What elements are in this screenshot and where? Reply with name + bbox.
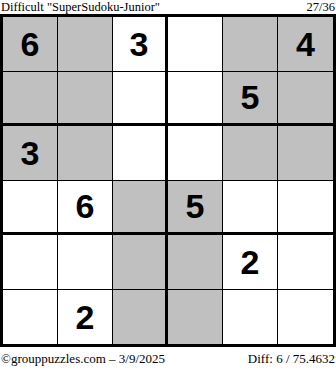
cell-r4c4[interactable]: 5 (168, 181, 223, 236)
cell-r2c1[interactable] (3, 72, 58, 127)
cell-r2c3[interactable] (113, 72, 168, 127)
header: Difficult "SuperSudoku-Junior" 27/36 (0, 0, 336, 14)
cell-r3c6[interactable] (278, 126, 333, 181)
cell-r6c2[interactable]: 2 (58, 290, 113, 345)
cell-counter: 27/36 (307, 1, 335, 14)
cell-r1c2[interactable] (58, 17, 113, 72)
cell-r5c4[interactable] (168, 235, 223, 290)
board: 634536522 (0, 14, 336, 347)
cell-r1c3[interactable]: 3 (113, 17, 168, 72)
cell-r5c3[interactable] (113, 235, 168, 290)
cell-r5c6[interactable] (278, 235, 333, 290)
cell-r2c2[interactable] (58, 72, 113, 127)
cell-r5c2[interactable] (58, 235, 113, 290)
cell-r5c5[interactable]: 2 (223, 235, 278, 290)
cell-r6c1[interactable] (3, 290, 58, 345)
cell-r6c3[interactable] (113, 290, 168, 345)
cell-r3c3[interactable] (113, 126, 168, 181)
cell-r3c5[interactable] (223, 126, 278, 181)
cell-r6c6[interactable] (278, 290, 333, 345)
cell-r2c6[interactable] (278, 72, 333, 127)
cell-r6c4[interactable] (168, 290, 223, 345)
cell-r1c1[interactable]: 6 (3, 17, 58, 72)
cell-r4c6[interactable] (278, 181, 333, 236)
cell-r4c1[interactable] (3, 181, 58, 236)
puzzle-title: Difficult "SuperSudoku-Junior" (1, 1, 160, 14)
cell-r2c4[interactable] (168, 72, 223, 127)
footer: ©grouppuzzles.com – 3/9/2025 Diff: 6 / 7… (0, 347, 336, 370)
puzzle-page: Difficult "SuperSudoku-Junior" 27/36 634… (0, 0, 336, 370)
cell-r5c1[interactable] (3, 235, 58, 290)
cell-r4c2[interactable]: 6 (58, 181, 113, 236)
cell-r2c5[interactable]: 5 (223, 72, 278, 127)
cell-r3c2[interactable] (58, 126, 113, 181)
cell-r1c6[interactable]: 4 (278, 17, 333, 72)
cell-r4c3[interactable] (113, 181, 168, 236)
cell-r4c5[interactable] (223, 181, 278, 236)
copyright-date: ©grouppuzzles.com – 3/9/2025 (1, 350, 165, 367)
difficulty-rating: Diff: 6 / 75.4632 (248, 350, 335, 367)
cell-r3c1[interactable]: 3 (3, 126, 58, 181)
cell-r1c4[interactable] (168, 17, 223, 72)
cell-r6c5[interactable] (223, 290, 278, 345)
cell-r1c5[interactable] (223, 17, 278, 72)
cell-r3c4[interactable] (168, 126, 223, 181)
